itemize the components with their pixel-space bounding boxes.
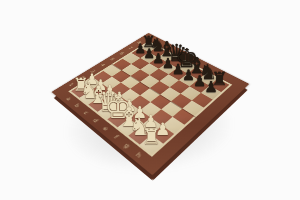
board-scene: abcdefgh 87654321 — [76, 14, 223, 161]
product-photo: abcdefgh 87654321 ♜♞♝♛♚♝♞♜♟♟♟♟♟♟♟♟♟♟♟♟♟♟… — [0, 0, 300, 200]
board-squares — [68, 41, 232, 157]
